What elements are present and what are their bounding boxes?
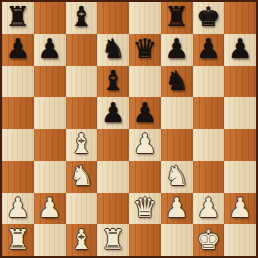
white-bishop-piece: ♝	[69, 130, 93, 157]
square-h4[interactable]	[224, 129, 256, 161]
white-rook-piece: ♜	[6, 226, 30, 253]
square-c1[interactable]: ♝	[66, 224, 98, 256]
square-h6[interactable]	[224, 66, 256, 98]
square-b2[interactable]: ♟	[34, 193, 66, 225]
square-d2[interactable]	[97, 193, 129, 225]
white-knight-piece: ♞	[69, 162, 93, 189]
white-pawn-piece: ♟	[165, 194, 189, 221]
square-e6[interactable]	[129, 66, 161, 98]
white-pawn-piece: ♟	[196, 194, 220, 221]
square-g1[interactable]: ♚	[193, 224, 225, 256]
white-rook-piece: ♜	[101, 226, 125, 253]
white-pawn-piece: ♟	[133, 130, 157, 157]
square-d7[interactable]: ♞	[97, 34, 129, 66]
white-king-piece: ♚	[196, 226, 220, 253]
black-rook-piece: ♜	[165, 3, 189, 30]
black-knight-piece: ♞	[165, 67, 189, 94]
square-f8[interactable]: ♜	[161, 2, 193, 34]
square-f7[interactable]: ♟	[161, 34, 193, 66]
square-c2[interactable]	[66, 193, 98, 225]
square-c6[interactable]	[66, 66, 98, 98]
square-h8[interactable]	[224, 2, 256, 34]
square-c7[interactable]	[66, 34, 98, 66]
square-c4[interactable]: ♝	[66, 129, 98, 161]
square-h7[interactable]: ♟	[224, 34, 256, 66]
black-queen-piece: ♛	[133, 35, 157, 62]
square-b6[interactable]	[34, 66, 66, 98]
white-bishop-piece: ♝	[69, 226, 93, 253]
square-d8[interactable]	[97, 2, 129, 34]
square-f2[interactable]: ♟	[161, 193, 193, 225]
square-d6[interactable]: ♝	[97, 66, 129, 98]
square-h1[interactable]	[224, 224, 256, 256]
square-f6[interactable]: ♞	[161, 66, 193, 98]
white-pawn-piece: ♟	[6, 194, 30, 221]
square-a4[interactable]	[2, 129, 34, 161]
white-pawn-piece: ♟	[228, 194, 252, 221]
square-d1[interactable]: ♜	[97, 224, 129, 256]
square-g3[interactable]	[193, 161, 225, 193]
black-bishop-piece: ♝	[101, 67, 125, 94]
square-g5[interactable]	[193, 97, 225, 129]
black-pawn-piece: ♟	[133, 99, 157, 126]
square-e8[interactable]	[129, 2, 161, 34]
square-b5[interactable]	[34, 97, 66, 129]
square-a7[interactable]: ♟	[2, 34, 34, 66]
square-a3[interactable]	[2, 161, 34, 193]
square-a5[interactable]	[2, 97, 34, 129]
black-pawn-piece: ♟	[228, 35, 252, 62]
black-pawn-piece: ♟	[38, 35, 62, 62]
square-c5[interactable]	[66, 97, 98, 129]
square-f5[interactable]	[161, 97, 193, 129]
square-a6[interactable]	[2, 66, 34, 98]
square-e4[interactable]: ♟	[129, 129, 161, 161]
square-g2[interactable]: ♟	[193, 193, 225, 225]
black-rook-piece: ♜	[6, 3, 30, 30]
square-d3[interactable]	[97, 161, 129, 193]
square-e3[interactable]	[129, 161, 161, 193]
square-e1[interactable]	[129, 224, 161, 256]
white-queen-piece: ♛	[133, 194, 157, 221]
square-e7[interactable]: ♛	[129, 34, 161, 66]
square-b8[interactable]	[34, 2, 66, 34]
square-a8[interactable]: ♜	[2, 2, 34, 34]
square-e2[interactable]: ♛	[129, 193, 161, 225]
square-d4[interactable]	[97, 129, 129, 161]
square-g6[interactable]	[193, 66, 225, 98]
square-b4[interactable]	[34, 129, 66, 161]
square-f4[interactable]	[161, 129, 193, 161]
square-g4[interactable]	[193, 129, 225, 161]
square-g7[interactable]: ♟	[193, 34, 225, 66]
chess-board-diagram: ♜♝♜♚♟♟♞♛♟♟♟♝♞♟♟♝♟♞♞♟♟♛♟♟♟♜♝♜♚	[0, 0, 258, 258]
square-g8[interactable]: ♚	[193, 2, 225, 34]
square-b3[interactable]	[34, 161, 66, 193]
black-knight-piece: ♞	[101, 35, 125, 62]
black-pawn-piece: ♟	[101, 99, 125, 126]
black-king-piece: ♚	[196, 3, 220, 30]
black-pawn-piece: ♟	[196, 35, 220, 62]
white-pawn-piece: ♟	[38, 194, 62, 221]
square-a1[interactable]: ♜	[2, 224, 34, 256]
square-c3[interactable]: ♞	[66, 161, 98, 193]
black-bishop-piece: ♝	[69, 3, 93, 30]
square-b7[interactable]: ♟	[34, 34, 66, 66]
chess-board: ♜♝♜♚♟♟♞♛♟♟♟♝♞♟♟♝♟♞♞♟♟♛♟♟♟♜♝♜♚	[0, 0, 258, 258]
white-knight-piece: ♞	[165, 162, 189, 189]
square-f3[interactable]: ♞	[161, 161, 193, 193]
square-h5[interactable]	[224, 97, 256, 129]
square-f1[interactable]	[161, 224, 193, 256]
square-c8[interactable]: ♝	[66, 2, 98, 34]
square-b1[interactable]	[34, 224, 66, 256]
black-pawn-piece: ♟	[165, 35, 189, 62]
square-e5[interactable]: ♟	[129, 97, 161, 129]
square-d5[interactable]: ♟	[97, 97, 129, 129]
black-pawn-piece: ♟	[6, 35, 30, 62]
square-h3[interactable]	[224, 161, 256, 193]
square-h2[interactable]: ♟	[224, 193, 256, 225]
square-a2[interactable]: ♟	[2, 193, 34, 225]
